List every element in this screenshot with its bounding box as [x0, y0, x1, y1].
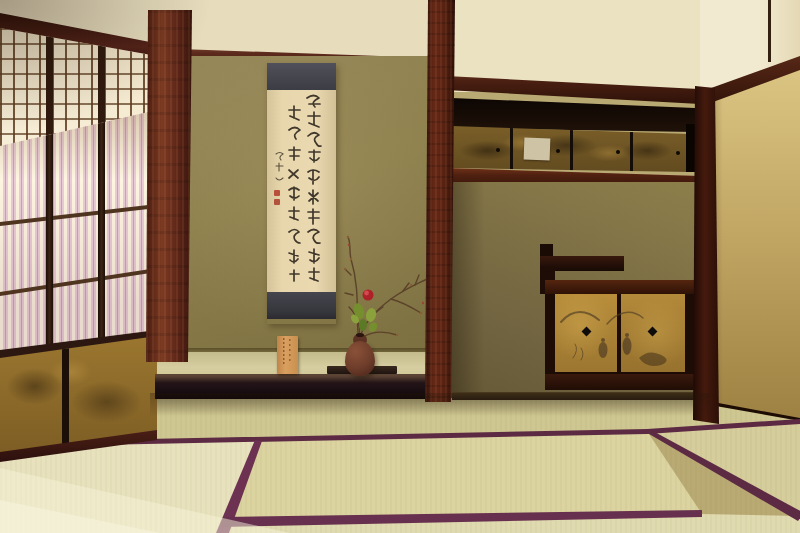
door-pull	[676, 151, 680, 155]
leaves	[349, 302, 379, 334]
right-alcove-baseboard	[452, 392, 696, 400]
scroll-top-mount	[267, 63, 336, 90]
paper-label	[524, 138, 551, 161]
cabinet-bottom-rail	[545, 374, 695, 390]
shoji-stile	[46, 110, 53, 360]
center-pillar	[425, 0, 455, 402]
door-pull	[616, 150, 620, 154]
shoji-kumiko-rail	[0, 110, 157, 360]
signature-strokes	[276, 153, 283, 181]
tenbukuro-door-divider	[510, 122, 513, 174]
name-plaque	[277, 336, 298, 374]
right-wall-corner-line	[768, 0, 771, 62]
vase-mouth	[356, 333, 364, 337]
transom-stile	[46, 28, 53, 150]
shoji-kumiko-rail	[0, 110, 157, 360]
cabinet-top-rail	[545, 280, 695, 294]
flower-vase	[345, 341, 375, 376]
lower-cabinet	[545, 280, 695, 390]
left-corner-post	[146, 10, 192, 362]
door-pull	[496, 148, 500, 152]
room-photo	[0, 0, 800, 533]
right-corner-post	[693, 86, 719, 424]
red-seal	[274, 199, 280, 205]
shoji-main-panels	[0, 110, 157, 360]
koshi-mullion	[62, 336, 69, 456]
ikebana-arrangement	[315, 215, 435, 380]
shoji-stile	[98, 110, 105, 360]
ink-landscape-painting	[553, 294, 687, 372]
red-seal	[274, 190, 280, 196]
door-pull	[556, 149, 560, 153]
right-wall	[706, 62, 800, 422]
tenbukuro-right-end	[686, 124, 696, 172]
